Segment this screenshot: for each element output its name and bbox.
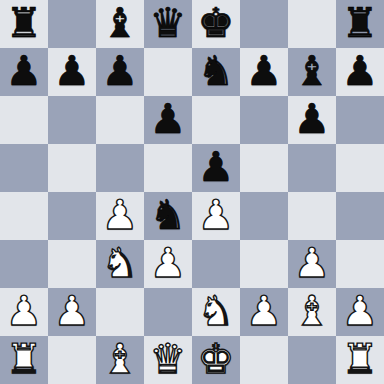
piece-white-queen[interactable]: ♛ bbox=[150, 335, 187, 383]
piece-black-pawn[interactable]: ♟ bbox=[6, 47, 43, 95]
square-g2[interactable]: ♝ bbox=[288, 288, 336, 336]
piece-black-pawn[interactable]: ♟ bbox=[246, 47, 283, 95]
square-g7[interactable]: ♝ bbox=[288, 48, 336, 96]
square-a5[interactable] bbox=[0, 144, 48, 192]
square-b6[interactable] bbox=[48, 96, 96, 144]
square-d4[interactable]: ♞ bbox=[144, 192, 192, 240]
square-d8[interactable]: ♛ bbox=[144, 0, 192, 48]
square-h4[interactable] bbox=[336, 192, 384, 240]
square-f2[interactable]: ♟ bbox=[240, 288, 288, 336]
piece-white-pawn[interactable]: ♟ bbox=[294, 239, 331, 287]
square-g1[interactable] bbox=[288, 336, 336, 384]
square-h3[interactable] bbox=[336, 240, 384, 288]
square-d1[interactable]: ♛ bbox=[144, 336, 192, 384]
square-b4[interactable] bbox=[48, 192, 96, 240]
square-h7[interactable]: ♟ bbox=[336, 48, 384, 96]
square-d6[interactable]: ♟ bbox=[144, 96, 192, 144]
square-b8[interactable] bbox=[48, 0, 96, 48]
square-g3[interactable]: ♟ bbox=[288, 240, 336, 288]
square-e1[interactable]: ♚ bbox=[192, 336, 240, 384]
piece-black-pawn[interactable]: ♟ bbox=[342, 47, 379, 95]
square-c5[interactable] bbox=[96, 144, 144, 192]
piece-white-pawn[interactable]: ♟ bbox=[6, 287, 43, 335]
square-g4[interactable] bbox=[288, 192, 336, 240]
square-a8[interactable]: ♜ bbox=[0, 0, 48, 48]
piece-black-pawn[interactable]: ♟ bbox=[150, 95, 187, 143]
square-g8[interactable] bbox=[288, 0, 336, 48]
square-e6[interactable] bbox=[192, 96, 240, 144]
square-f1[interactable] bbox=[240, 336, 288, 384]
square-c3[interactable]: ♞ bbox=[96, 240, 144, 288]
square-c8[interactable]: ♝ bbox=[96, 0, 144, 48]
square-d5[interactable] bbox=[144, 144, 192, 192]
piece-white-pawn[interactable]: ♟ bbox=[102, 191, 139, 239]
square-c6[interactable] bbox=[96, 96, 144, 144]
square-b1[interactable] bbox=[48, 336, 96, 384]
square-d7[interactable] bbox=[144, 48, 192, 96]
piece-black-pawn[interactable]: ♟ bbox=[54, 47, 91, 95]
square-a7[interactable]: ♟ bbox=[0, 48, 48, 96]
piece-white-knight[interactable]: ♞ bbox=[102, 239, 139, 287]
square-b7[interactable]: ♟ bbox=[48, 48, 96, 96]
chess-board: ♜♝♛♚♜♟♟♟♞♟♝♟♟♟♟♟♞♟♞♟♟♟♟♞♟♝♟♜♝♛♚♜ bbox=[0, 0, 384, 384]
square-h2[interactable]: ♟ bbox=[336, 288, 384, 336]
piece-white-bishop[interactable]: ♝ bbox=[294, 287, 331, 335]
square-e7[interactable]: ♞ bbox=[192, 48, 240, 96]
piece-white-bishop[interactable]: ♝ bbox=[102, 335, 139, 383]
piece-white-pawn[interactable]: ♟ bbox=[342, 287, 379, 335]
square-h1[interactable]: ♜ bbox=[336, 336, 384, 384]
square-a2[interactable]: ♟ bbox=[0, 288, 48, 336]
piece-black-pawn[interactable]: ♟ bbox=[198, 143, 235, 191]
chess-board-container: ♜♝♛♚♜♟♟♟♞♟♝♟♟♟♟♟♞♟♞♟♟♟♟♞♟♝♟♜♝♛♚♜ bbox=[0, 0, 384, 384]
piece-white-pawn[interactable]: ♟ bbox=[54, 287, 91, 335]
square-e5[interactable]: ♟ bbox=[192, 144, 240, 192]
square-a3[interactable] bbox=[0, 240, 48, 288]
square-f6[interactable] bbox=[240, 96, 288, 144]
piece-white-pawn[interactable]: ♟ bbox=[246, 287, 283, 335]
square-d3[interactable]: ♟ bbox=[144, 240, 192, 288]
piece-black-pawn[interactable]: ♟ bbox=[294, 95, 331, 143]
piece-black-bishop[interactable]: ♝ bbox=[102, 0, 139, 47]
square-h8[interactable]: ♜ bbox=[336, 0, 384, 48]
piece-white-knight[interactable]: ♞ bbox=[198, 287, 235, 335]
square-e8[interactable]: ♚ bbox=[192, 0, 240, 48]
square-g6[interactable]: ♟ bbox=[288, 96, 336, 144]
piece-black-knight[interactable]: ♞ bbox=[198, 47, 235, 95]
piece-black-queen[interactable]: ♛ bbox=[150, 0, 187, 47]
piece-white-pawn[interactable]: ♟ bbox=[150, 239, 187, 287]
square-c7[interactable]: ♟ bbox=[96, 48, 144, 96]
piece-black-rook[interactable]: ♜ bbox=[342, 0, 379, 47]
piece-black-pawn[interactable]: ♟ bbox=[102, 47, 139, 95]
piece-black-knight[interactable]: ♞ bbox=[150, 191, 187, 239]
square-f8[interactable] bbox=[240, 0, 288, 48]
piece-black-king[interactable]: ♚ bbox=[198, 0, 235, 47]
square-f7[interactable]: ♟ bbox=[240, 48, 288, 96]
piece-black-rook[interactable]: ♜ bbox=[6, 0, 43, 47]
piece-white-pawn[interactable]: ♟ bbox=[198, 191, 235, 239]
square-g5[interactable] bbox=[288, 144, 336, 192]
square-e4[interactable]: ♟ bbox=[192, 192, 240, 240]
square-h6[interactable] bbox=[336, 96, 384, 144]
piece-white-rook[interactable]: ♜ bbox=[342, 335, 379, 383]
piece-white-king[interactable]: ♚ bbox=[198, 335, 235, 383]
square-f5[interactable] bbox=[240, 144, 288, 192]
square-a6[interactable] bbox=[0, 96, 48, 144]
square-h5[interactable] bbox=[336, 144, 384, 192]
square-f3[interactable] bbox=[240, 240, 288, 288]
square-c2[interactable] bbox=[96, 288, 144, 336]
square-d2[interactable] bbox=[144, 288, 192, 336]
square-c1[interactable]: ♝ bbox=[96, 336, 144, 384]
square-c4[interactable]: ♟ bbox=[96, 192, 144, 240]
square-a1[interactable]: ♜ bbox=[0, 336, 48, 384]
piece-black-bishop[interactable]: ♝ bbox=[294, 47, 331, 95]
square-b5[interactable] bbox=[48, 144, 96, 192]
square-f4[interactable] bbox=[240, 192, 288, 240]
square-e2[interactable]: ♞ bbox=[192, 288, 240, 336]
square-e3[interactable] bbox=[192, 240, 240, 288]
square-b2[interactable]: ♟ bbox=[48, 288, 96, 336]
square-b3[interactable] bbox=[48, 240, 96, 288]
square-a4[interactable] bbox=[0, 192, 48, 240]
piece-white-rook[interactable]: ♜ bbox=[6, 335, 43, 383]
